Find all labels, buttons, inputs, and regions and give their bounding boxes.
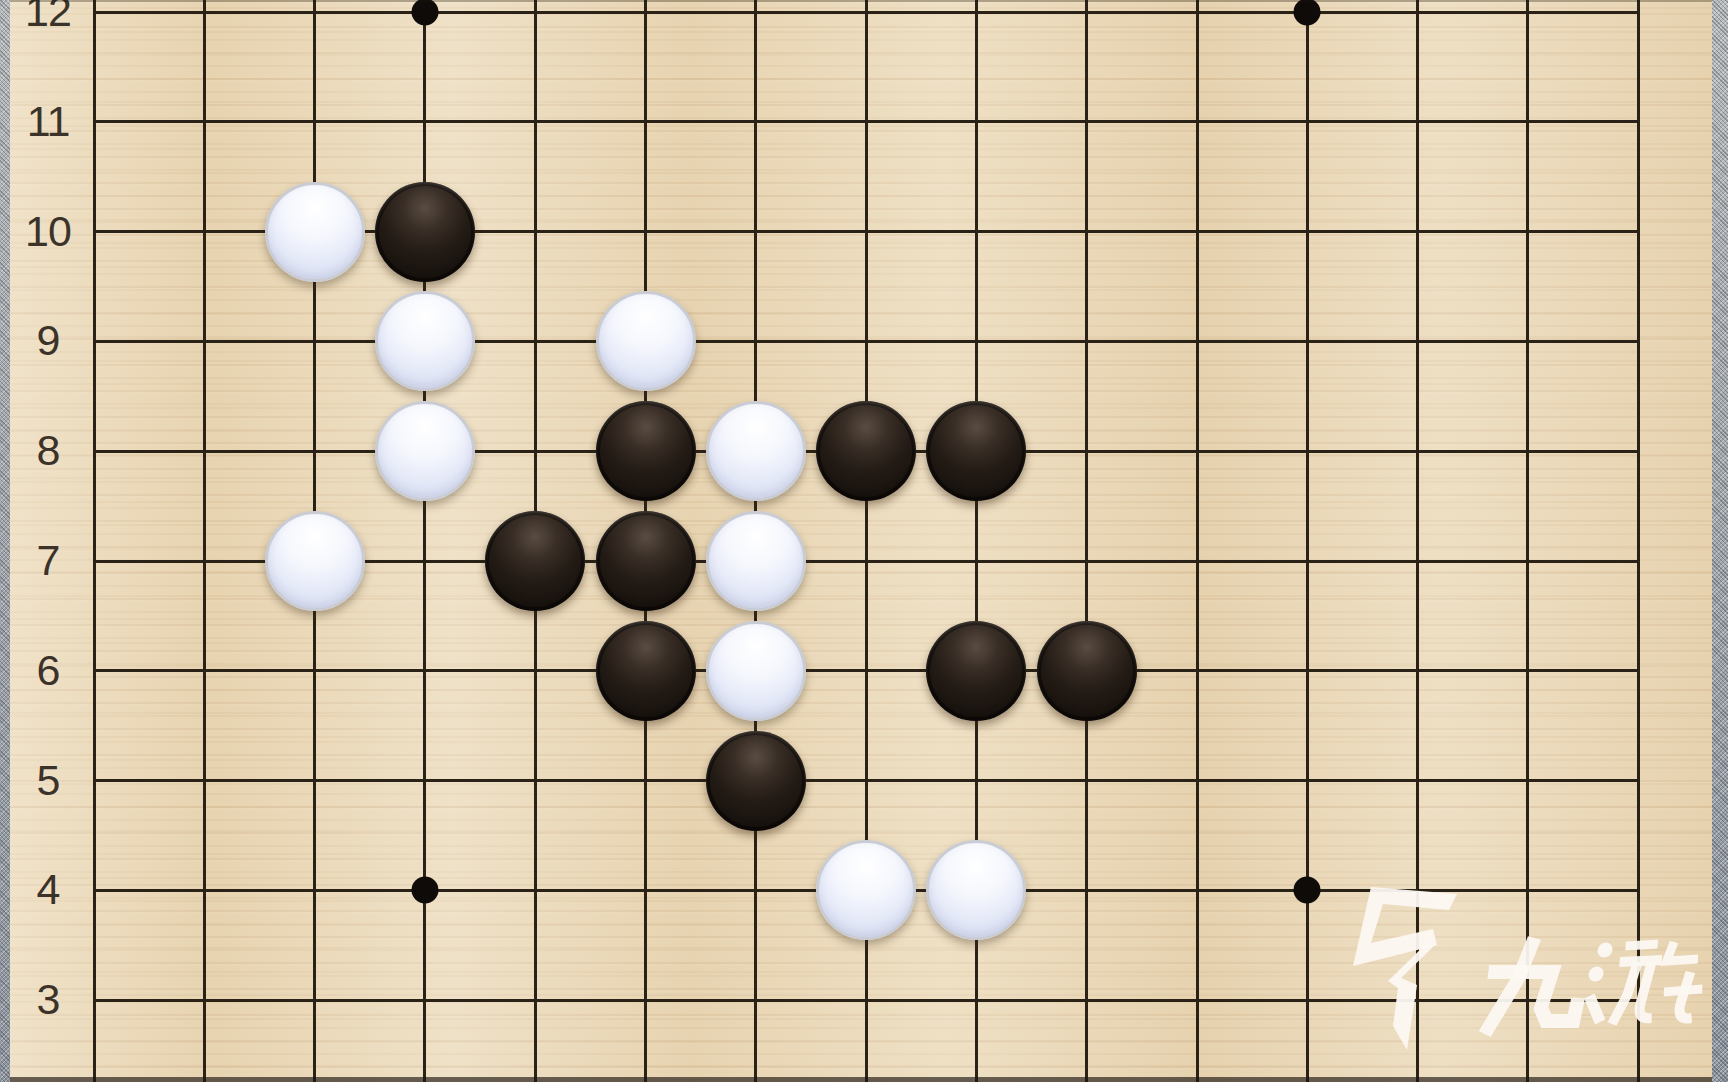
row-label-5: 5 — [16, 758, 80, 802]
white-stone[interactable] — [706, 511, 806, 611]
white-stone[interactable] — [375, 291, 475, 391]
jiuyou-watermark: 九游 — [1337, 882, 1697, 1062]
black-stone[interactable] — [596, 621, 696, 721]
white-stone[interactable] — [375, 401, 475, 501]
grid-vertical-line — [203, 0, 206, 1082]
jiuyou-characters — [1475, 934, 1705, 1044]
row-label-3: 3 — [16, 977, 80, 1021]
grid-horizontal-line — [93, 340, 1640, 343]
black-stone[interactable] — [596, 511, 696, 611]
white-stone[interactable] — [706, 401, 806, 501]
row-label-11: 11 — [16, 99, 80, 143]
jiuyou-logo-icon — [1337, 882, 1467, 1057]
black-stone[interactable] — [926, 401, 1026, 501]
row-label-10: 10 — [16, 209, 80, 253]
grid-vertical-line — [93, 0, 96, 1082]
grid-horizontal-line — [93, 669, 1640, 672]
white-stone[interactable] — [816, 840, 916, 940]
grid-vertical-line — [1085, 0, 1088, 1082]
black-stone[interactable] — [926, 621, 1026, 721]
row-label-8: 8 — [16, 428, 80, 472]
row-label-7: 7 — [16, 538, 80, 582]
row-label-9: 9 — [16, 318, 80, 362]
grid-vertical-line — [423, 0, 426, 1082]
frame-bottom-edge — [0, 1077, 1728, 1082]
screen-edge-right — [1712, 0, 1728, 1082]
black-stone[interactable] — [485, 511, 585, 611]
grid-vertical-line — [1306, 0, 1309, 1082]
grid-horizontal-line — [93, 779, 1640, 782]
black-stone[interactable] — [375, 182, 475, 282]
white-stone[interactable] — [596, 291, 696, 391]
black-stone[interactable] — [816, 401, 916, 501]
frame-top-edge — [0, 0, 1728, 2]
row-label-4: 4 — [16, 867, 80, 911]
white-stone[interactable] — [706, 621, 806, 721]
black-stone[interactable] — [596, 401, 696, 501]
grid-vertical-line — [1196, 0, 1199, 1082]
screen-edge-left — [0, 0, 10, 1082]
row-label-12: 12 — [16, 0, 80, 33]
star-point — [1294, 877, 1321, 904]
black-stone[interactable] — [706, 731, 806, 831]
row-label-6: 6 — [16, 648, 80, 692]
board-screen: 1211109876543 — [0, 0, 1728, 1082]
grid-horizontal-line — [93, 120, 1640, 123]
white-stone[interactable] — [926, 840, 1026, 940]
white-stone[interactable] — [265, 511, 365, 611]
grid-horizontal-line — [93, 11, 1640, 14]
white-stone[interactable] — [265, 182, 365, 282]
black-stone[interactable] — [1037, 621, 1137, 721]
star-point — [411, 877, 438, 904]
